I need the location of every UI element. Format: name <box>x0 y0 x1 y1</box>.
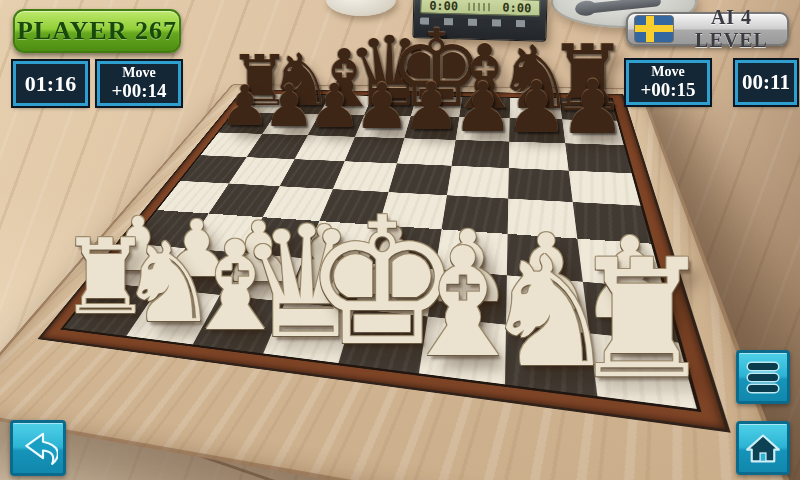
teacup-prop <box>326 0 396 16</box>
player-move-timer: Move +00:14 <box>97 61 181 106</box>
piece-black-pawn-h7[interactable]: ♟ <box>559 71 626 146</box>
home-icon <box>743 428 783 468</box>
menu-button[interactable] <box>736 350 790 404</box>
clock-right-time: 0:00 <box>502 0 531 15</box>
undo-back-button[interactable] <box>10 420 66 476</box>
player-move-label: Move <box>122 66 155 81</box>
player-move-time: +00:14 <box>111 81 166 101</box>
home-button[interactable] <box>736 421 790 475</box>
sweden-flag-icon <box>634 15 674 43</box>
ai-move-time: +00:15 <box>640 80 695 100</box>
ai-level-button[interactable]: AI 4 LEVEL <box>626 12 789 46</box>
undo-arrow-icon <box>18 428 58 468</box>
player-clock: 01:16 <box>13 61 88 106</box>
menu-icon <box>748 385 778 392</box>
piece-white-rook-h1[interactable]: ♜ <box>569 238 716 401</box>
ai-clock: 00:11 <box>735 60 797 105</box>
square-g5[interactable] <box>508 168 572 202</box>
ai-move-timer: Move +00:15 <box>626 60 710 105</box>
chess-app-screen: 0:00 0:00 ♜♞♝♛♚♝♞♜♟♟♟♟♟♟♟♟♟♟♟♟♟♟♟♟♜♞♝♛♚♝… <box>0 0 800 480</box>
menu-icon <box>748 363 778 370</box>
square-h5[interactable] <box>569 171 641 206</box>
player-name-button[interactable]: PLAYER 267 <box>13 9 181 53</box>
ai-move-label: Move <box>651 65 684 80</box>
menu-icon <box>748 374 778 381</box>
ai-level-label: AI 4 LEVEL <box>682 6 781 52</box>
